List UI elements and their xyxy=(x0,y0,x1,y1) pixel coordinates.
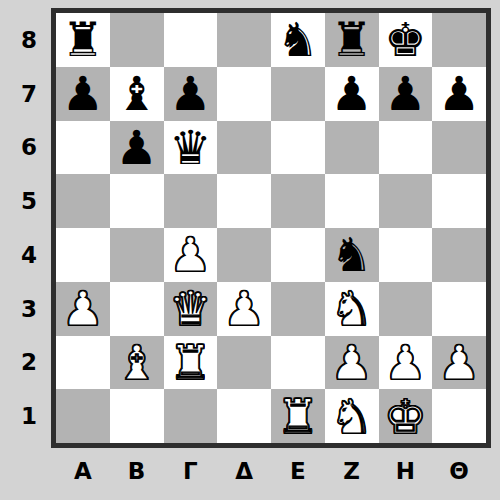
square-a5[interactable] xyxy=(56,174,110,228)
square-g8[interactable]: ♚ xyxy=(379,13,433,67)
white-king: ♚ xyxy=(384,393,426,440)
file-label-0: Α xyxy=(56,453,110,489)
square-b2[interactable]: ♝ xyxy=(110,336,164,390)
square-g2[interactable]: ♟ xyxy=(379,336,433,390)
rank-label-6: 6 xyxy=(14,121,44,175)
white-queen: ♛ xyxy=(169,285,211,332)
rank-label-8: 8 xyxy=(14,13,44,67)
square-d5[interactable] xyxy=(217,174,271,228)
square-a7[interactable]: ♟ xyxy=(56,67,110,121)
file-labels: ΑΒΓΔΕΖΗΘ xyxy=(56,453,486,489)
square-b8[interactable] xyxy=(110,13,164,67)
white-pawn: ♟ xyxy=(438,339,480,386)
black-knight: ♞ xyxy=(331,231,373,278)
rank-labels: 87654321 xyxy=(14,13,44,443)
white-pawn: ♟ xyxy=(62,285,104,332)
file-label-7: Θ xyxy=(432,453,486,489)
square-b7[interactable]: ♝ xyxy=(110,67,164,121)
black-rook: ♜ xyxy=(62,16,104,63)
white-rook: ♜ xyxy=(277,393,319,440)
square-a8[interactable]: ♜ xyxy=(56,13,110,67)
square-e1[interactable]: ♜ xyxy=(271,389,325,443)
white-knight: ♞ xyxy=(331,393,373,440)
square-a6[interactable] xyxy=(56,121,110,175)
white-pawn: ♟ xyxy=(223,285,265,332)
rank-label-2: 2 xyxy=(14,336,44,390)
square-b3[interactable] xyxy=(110,282,164,336)
square-h3[interactable] xyxy=(432,282,486,336)
square-f3[interactable]: ♞ xyxy=(325,282,379,336)
chess-diagram: 87654321 ♜♞♜♚♟♝♟♟♟♟♟♛♟♞♟♛♟♞♝♜♟♟♟♜♞♚ ΑΒΓΔ… xyxy=(0,0,500,500)
square-c5[interactable] xyxy=(164,174,218,228)
square-b6[interactable]: ♟ xyxy=(110,121,164,175)
square-d8[interactable] xyxy=(217,13,271,67)
square-c6[interactable]: ♛ xyxy=(164,121,218,175)
square-h8[interactable] xyxy=(432,13,486,67)
chess-board: ♜♞♜♚♟♝♟♟♟♟♟♛♟♞♟♛♟♞♝♜♟♟♟♜♞♚ xyxy=(51,8,491,448)
square-d7[interactable] xyxy=(217,67,271,121)
square-d4[interactable] xyxy=(217,228,271,282)
white-rook: ♜ xyxy=(169,339,211,386)
square-f1[interactable]: ♞ xyxy=(325,389,379,443)
white-knight: ♞ xyxy=(331,285,373,332)
white-pawn: ♟ xyxy=(169,231,211,278)
square-b4[interactable] xyxy=(110,228,164,282)
square-g4[interactable] xyxy=(379,228,433,282)
file-label-5: Ζ xyxy=(325,453,379,489)
square-f8[interactable]: ♜ xyxy=(325,13,379,67)
square-c1[interactable] xyxy=(164,389,218,443)
square-h2[interactable]: ♟ xyxy=(432,336,486,390)
file-label-4: Ε xyxy=(271,453,325,489)
square-d6[interactable] xyxy=(217,121,271,175)
black-knight: ♞ xyxy=(277,16,319,63)
square-a4[interactable] xyxy=(56,228,110,282)
square-c3[interactable]: ♛ xyxy=(164,282,218,336)
square-d3[interactable]: ♟ xyxy=(217,282,271,336)
black-pawn: ♟ xyxy=(331,70,373,117)
square-f4[interactable]: ♞ xyxy=(325,228,379,282)
white-pawn: ♟ xyxy=(331,339,373,386)
square-c8[interactable] xyxy=(164,13,218,67)
rank-label-3: 3 xyxy=(14,282,44,336)
square-h4[interactable] xyxy=(432,228,486,282)
black-pawn: ♟ xyxy=(384,70,426,117)
square-g7[interactable]: ♟ xyxy=(379,67,433,121)
board-grid: ♜♞♜♚♟♝♟♟♟♟♟♛♟♞♟♛♟♞♝♜♟♟♟♜♞♚ xyxy=(56,13,486,443)
square-e7[interactable] xyxy=(271,67,325,121)
square-g1[interactable]: ♚ xyxy=(379,389,433,443)
square-h7[interactable]: ♟ xyxy=(432,67,486,121)
rank-label-1: 1 xyxy=(14,389,44,443)
square-g6[interactable] xyxy=(379,121,433,175)
white-bishop: ♝ xyxy=(116,339,158,386)
square-b1[interactable] xyxy=(110,389,164,443)
square-c4[interactable]: ♟ xyxy=(164,228,218,282)
square-a3[interactable]: ♟ xyxy=(56,282,110,336)
square-e6[interactable] xyxy=(271,121,325,175)
square-c2[interactable]: ♜ xyxy=(164,336,218,390)
file-label-3: Δ xyxy=(217,453,271,489)
square-g5[interactable] xyxy=(379,174,433,228)
black-pawn: ♟ xyxy=(169,70,211,117)
square-f7[interactable]: ♟ xyxy=(325,67,379,121)
file-label-1: Β xyxy=(110,453,164,489)
black-pawn: ♟ xyxy=(438,70,480,117)
square-f6[interactable] xyxy=(325,121,379,175)
square-e3[interactable] xyxy=(271,282,325,336)
square-e8[interactable]: ♞ xyxy=(271,13,325,67)
black-rook: ♜ xyxy=(331,16,373,63)
square-e2[interactable] xyxy=(271,336,325,390)
square-h1[interactable] xyxy=(432,389,486,443)
file-label-2: Γ xyxy=(164,453,218,489)
square-h5[interactable] xyxy=(432,174,486,228)
black-king: ♚ xyxy=(384,16,426,63)
rank-label-7: 7 xyxy=(14,67,44,121)
square-d1[interactable] xyxy=(217,389,271,443)
black-pawn: ♟ xyxy=(62,70,104,117)
black-bishop: ♝ xyxy=(116,70,158,117)
square-e4[interactable] xyxy=(271,228,325,282)
black-queen: ♛ xyxy=(169,124,211,171)
file-label-6: Η xyxy=(379,453,433,489)
black-pawn: ♟ xyxy=(116,124,158,171)
rank-label-4: 4 xyxy=(14,228,44,282)
square-a1[interactable] xyxy=(56,389,110,443)
square-d2[interactable] xyxy=(217,336,271,390)
square-a2[interactable] xyxy=(56,336,110,390)
square-h6[interactable] xyxy=(432,121,486,175)
square-f2[interactable]: ♟ xyxy=(325,336,379,390)
square-e5[interactable] xyxy=(271,174,325,228)
square-b5[interactable] xyxy=(110,174,164,228)
rank-label-5: 5 xyxy=(14,174,44,228)
square-f5[interactable] xyxy=(325,174,379,228)
square-g3[interactable] xyxy=(379,282,433,336)
white-pawn: ♟ xyxy=(384,339,426,386)
square-c7[interactable]: ♟ xyxy=(164,67,218,121)
